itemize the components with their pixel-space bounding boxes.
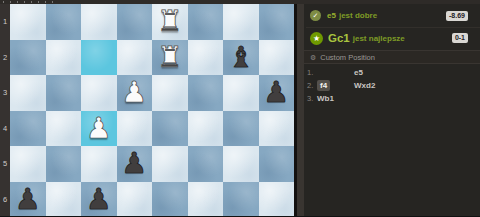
square-a1[interactable]	[259, 4, 295, 40]
square-g6[interactable]	[46, 182, 82, 217]
square-g1[interactable]	[46, 4, 82, 40]
square-b1[interactable]	[223, 4, 259, 40]
white-move-f4[interactable]: f4	[317, 80, 330, 91]
square-g2[interactable]	[46, 40, 82, 76]
white-pawn-e3[interactable]: ♟	[117, 75, 153, 111]
square-f2[interactable]	[81, 40, 117, 76]
square-e5[interactable]: ♟	[117, 146, 153, 182]
square-f1[interactable]	[81, 4, 117, 40]
square-h2[interactable]	[10, 40, 46, 76]
square-h1[interactable]	[10, 4, 46, 40]
square-f5[interactable]	[81, 146, 117, 182]
white-pawn-f4[interactable]: ♟	[81, 111, 117, 147]
square-b6[interactable]	[223, 182, 259, 217]
feedback-best-text: jest najlepsze	[353, 34, 405, 43]
square-a5[interactable]	[259, 146, 295, 182]
move-number: 3.	[307, 94, 317, 103]
move-number: 1.	[307, 68, 317, 77]
square-d4[interactable]	[152, 111, 188, 147]
rank-label-3: 3	[0, 75, 10, 111]
square-c5[interactable]	[188, 146, 224, 182]
panel-divider	[297, 4, 304, 216]
rank-label-1: 1	[0, 4, 10, 40]
black-pawn-h6[interactable]: ♟	[10, 182, 46, 217]
feedback-move: e5	[327, 11, 336, 20]
square-g4[interactable]	[46, 111, 82, 147]
square-h3[interactable]	[10, 75, 46, 111]
square-f3[interactable]	[81, 75, 117, 111]
square-d6[interactable]	[152, 182, 188, 217]
square-d5[interactable]	[152, 146, 188, 182]
check-circle-icon: ✓	[310, 10, 321, 21]
square-a3[interactable]: ♟	[259, 75, 295, 111]
move-list: 1.e52.f4Wxd23.Wb1	[304, 66, 480, 105]
eval-badge: -8.69	[446, 11, 468, 21]
square-d2[interactable]: ♜	[152, 40, 188, 76]
position-header: ⚙ Custom Position	[304, 50, 480, 64]
result-badge: 0-1	[452, 33, 468, 43]
square-d3[interactable]	[152, 75, 188, 111]
square-f4[interactable]: ♟	[81, 111, 117, 147]
star-circle-icon: ★	[310, 32, 323, 45]
square-e2[interactable]	[117, 40, 153, 76]
feedback-text: jest dobre	[339, 11, 377, 20]
white-move-Wb1[interactable]: Wb1	[317, 94, 334, 103]
top-edge-strip	[0, 0, 480, 4]
square-c2[interactable]	[188, 40, 224, 76]
rank-label-5: 5	[0, 146, 10, 182]
analysis-panel: ✓ e5 jest dobre -8.69 ★ Gc1 jest najleps…	[304, 0, 480, 216]
square-e1[interactable]	[117, 4, 153, 40]
position-header-label: Custom Position	[320, 53, 375, 62]
square-h6[interactable]: ♟	[10, 182, 46, 217]
square-g3[interactable]	[46, 75, 82, 111]
square-c4[interactable]	[188, 111, 224, 147]
custom-position-icon: ⚙	[310, 54, 316, 61]
white-rook-d1[interactable]: ♜	[152, 4, 188, 40]
move-row: 2.f4Wxd2	[304, 79, 480, 92]
square-b4[interactable]	[223, 111, 259, 147]
square-g5[interactable]	[46, 146, 82, 182]
black-pawn-f6[interactable]: ♟	[81, 182, 117, 217]
square-b5[interactable]	[223, 146, 259, 182]
square-c6[interactable]	[188, 182, 224, 217]
square-c1[interactable]	[188, 4, 224, 40]
black-bishop-b2[interactable]: ♝	[223, 40, 259, 76]
black-move-Wxd2[interactable]: Wxd2	[354, 81, 375, 90]
square-d1[interactable]: ♜	[152, 4, 188, 40]
square-a2[interactable]	[259, 40, 295, 76]
square-h4[interactable]	[10, 111, 46, 147]
rank-label-6: 6	[0, 182, 10, 217]
chess-board[interactable]: ♜♜♝♟♟♟♟♟♟	[10, 4, 294, 216]
black-move-e5[interactable]: e5	[354, 68, 363, 77]
square-h5[interactable]	[10, 146, 46, 182]
black-pawn-a3[interactable]: ♟	[259, 75, 295, 111]
square-e3[interactable]: ♟	[117, 75, 153, 111]
feedback-row-best-move[interactable]: ★ Gc1 jest najlepsze 0-1	[304, 28, 480, 48]
move-row: 3.Wb1	[304, 92, 480, 105]
move-row: 1.e5	[304, 66, 480, 79]
top-edge-marks	[3, 1, 59, 3]
feedback-best-move: Gc1	[328, 32, 350, 44]
rank-label-2: 2	[0, 40, 10, 76]
feedback-row-good-move[interactable]: ✓ e5 jest dobre -8.69	[304, 4, 480, 27]
square-b2[interactable]: ♝	[223, 40, 259, 76]
square-a6[interactable]	[259, 182, 295, 217]
analysis-screen: 123456 ♜♜♝♟♟♟♟♟♟ ✓ e5 jest dobre -8.69 ★…	[0, 0, 480, 216]
white-rook-d2[interactable]: ♜	[152, 40, 188, 76]
black-pawn-e5[interactable]: ♟	[117, 146, 153, 182]
square-b3[interactable]	[223, 75, 259, 111]
square-f6[interactable]: ♟	[81, 182, 117, 217]
square-e4[interactable]	[117, 111, 153, 147]
square-e6[interactable]	[117, 182, 153, 217]
square-a4[interactable]	[259, 111, 295, 147]
move-number: 2.	[307, 81, 317, 90]
rank-label-4: 4	[0, 111, 10, 147]
rank-coordinates: 123456	[0, 4, 10, 216]
square-c3[interactable]	[188, 75, 224, 111]
